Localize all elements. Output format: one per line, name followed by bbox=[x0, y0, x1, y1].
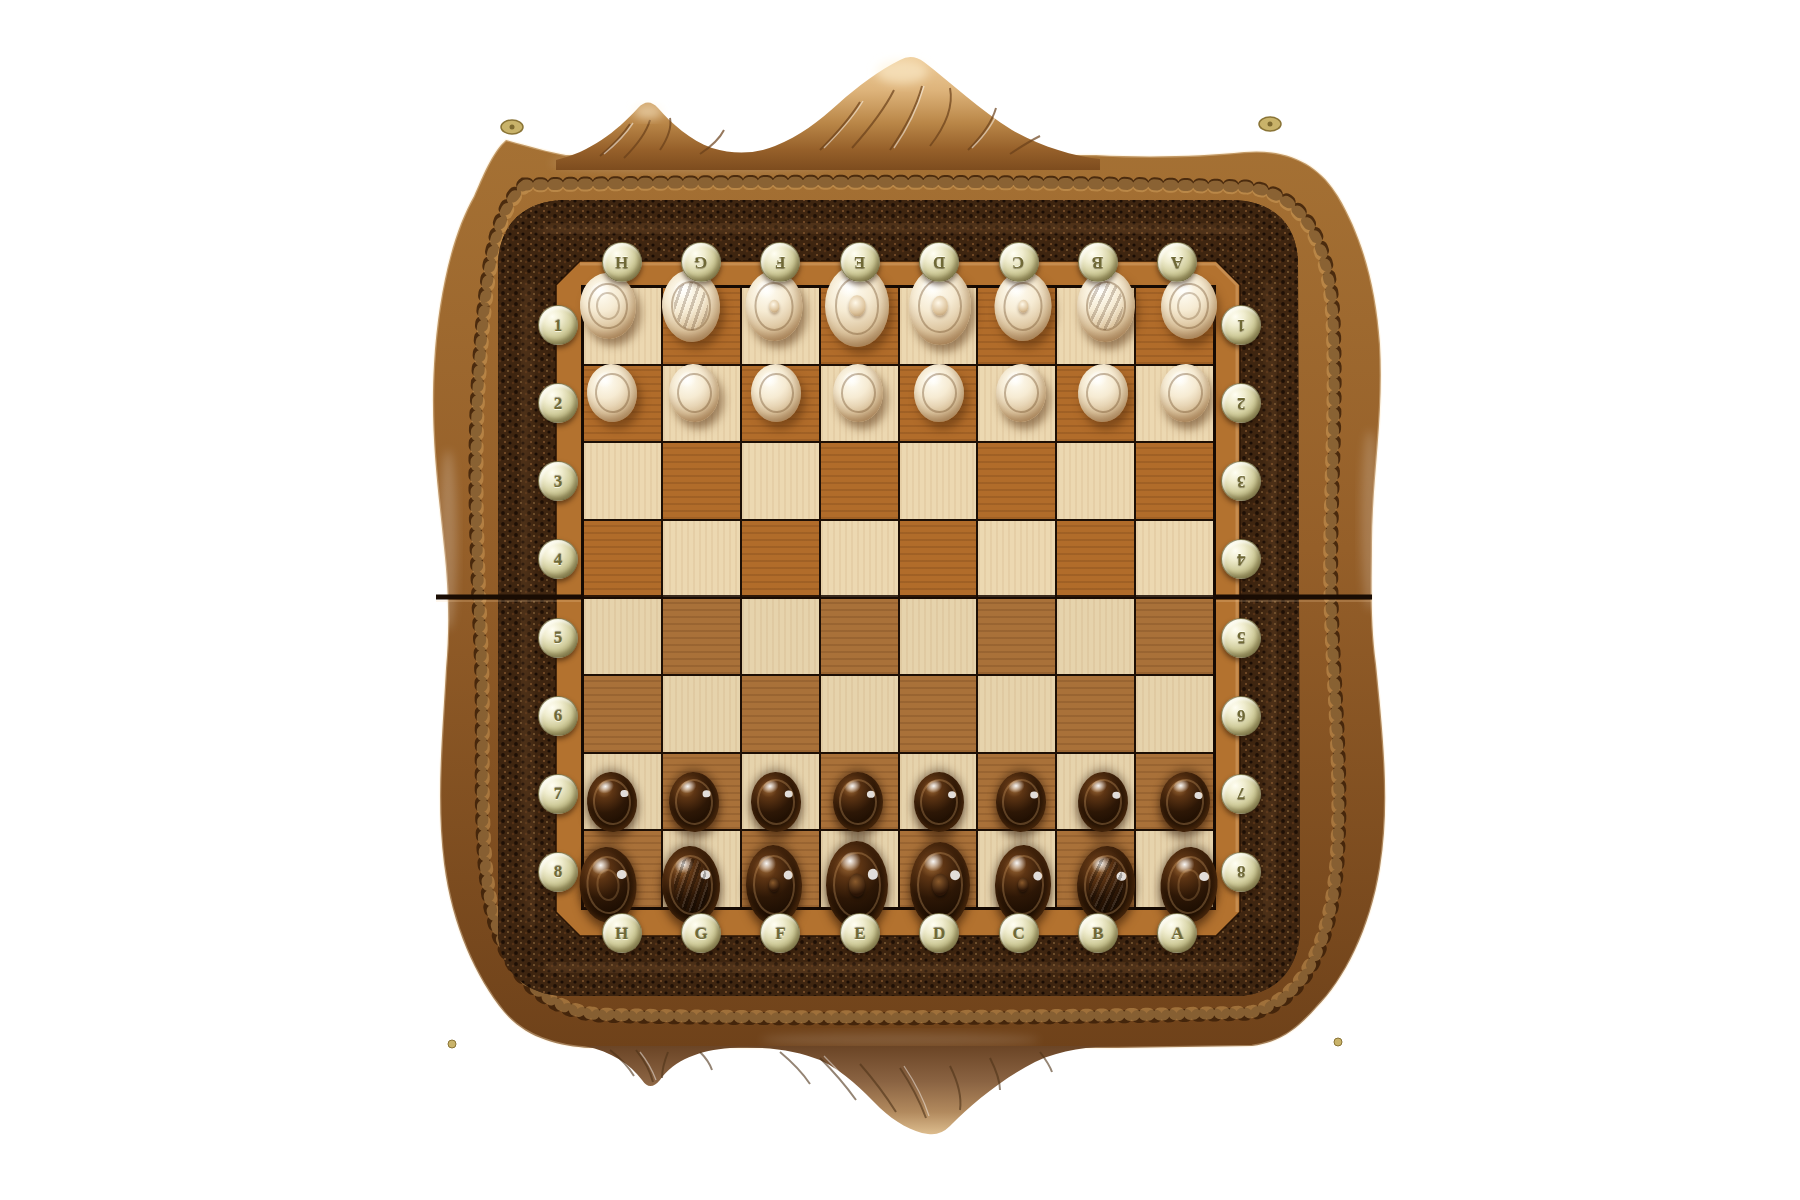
piece-white-pawn-h2[interactable] bbox=[585, 363, 639, 425]
pin-bottom-right bbox=[1334, 1038, 1342, 1046]
stud-top-C: C bbox=[999, 242, 1039, 282]
chess-box-photo: HH11GG22FF33EE44DD55CC66BB77AA88 bbox=[0, 0, 1800, 1200]
stud-right-6: 6 bbox=[1221, 696, 1261, 736]
stud-label: 7 bbox=[554, 785, 563, 802]
piece-white-pawn-c2[interactable] bbox=[995, 364, 1047, 424]
square-f8[interactable] bbox=[742, 831, 819, 907]
stud-left-1: 1 bbox=[538, 305, 578, 345]
square-h7[interactable] bbox=[584, 754, 661, 830]
piece-black-pawn-f7[interactable] bbox=[750, 771, 802, 833]
square-b1[interactable] bbox=[1057, 288, 1134, 364]
stud-label: H bbox=[615, 925, 628, 942]
stud-label: 5 bbox=[1237, 629, 1246, 646]
stud-top-D: D bbox=[919, 242, 959, 282]
piece-white-pawn-f2[interactable] bbox=[750, 364, 802, 424]
stud-label: 4 bbox=[554, 551, 563, 568]
square-d2[interactable] bbox=[900, 366, 977, 442]
piece-white-pawn-d2[interactable] bbox=[914, 364, 965, 423]
piece-black-pawn-h7[interactable] bbox=[585, 770, 639, 834]
stud-left-6: 6 bbox=[538, 696, 578, 736]
stud-label: C bbox=[1012, 925, 1024, 942]
stud-left-2: 2 bbox=[538, 383, 578, 423]
stud-label: G bbox=[694, 925, 707, 942]
stud-bottom-D: D bbox=[919, 913, 959, 953]
square-d4[interactable] bbox=[900, 521, 977, 597]
stud-label: E bbox=[854, 254, 865, 271]
hinge-top-right bbox=[1259, 117, 1281, 131]
square-e7[interactable] bbox=[821, 754, 898, 830]
square-c3[interactable] bbox=[978, 443, 1055, 519]
stud-label: 4 bbox=[1237, 551, 1246, 568]
stud-label: B bbox=[1092, 254, 1103, 271]
square-a4[interactable] bbox=[1136, 521, 1213, 597]
square-c6[interactable] bbox=[978, 676, 1055, 752]
square-d3[interactable] bbox=[900, 443, 977, 519]
piece-black-pawn-d7[interactable] bbox=[914, 771, 965, 832]
square-e3[interactable] bbox=[821, 443, 898, 519]
square-f6[interactable] bbox=[742, 676, 819, 752]
stud-right-7: 7 bbox=[1221, 774, 1261, 814]
square-d1[interactable] bbox=[900, 288, 977, 364]
stud-label: G bbox=[694, 254, 707, 271]
stud-label: 2 bbox=[554, 395, 563, 412]
stud-bottom-E: E bbox=[840, 913, 880, 953]
piece-black-pawn-g7[interactable] bbox=[667, 770, 720, 833]
stud-left-8: 8 bbox=[538, 852, 578, 892]
piece-black-pawn-b7[interactable] bbox=[1077, 770, 1130, 833]
square-e8[interactable] bbox=[821, 831, 898, 907]
piece-white-pawn-e2[interactable] bbox=[832, 364, 883, 423]
stud-right-1: 1 bbox=[1221, 305, 1261, 345]
square-h1[interactable] bbox=[584, 288, 661, 364]
square-a8[interactable] bbox=[1136, 831, 1213, 907]
stud-label: 3 bbox=[1237, 473, 1246, 490]
square-b2[interactable] bbox=[1057, 366, 1134, 442]
square-e6[interactable] bbox=[821, 676, 898, 752]
square-e4[interactable] bbox=[821, 521, 898, 597]
piece-black-pawn-c7[interactable] bbox=[995, 771, 1047, 833]
stud-label: E bbox=[854, 925, 865, 942]
square-b4[interactable] bbox=[1057, 521, 1134, 597]
square-f5[interactable] bbox=[742, 599, 819, 675]
square-c5[interactable] bbox=[978, 599, 1055, 675]
stud-bottom-H: H bbox=[602, 913, 642, 953]
piece-black-pawn-a7[interactable] bbox=[1158, 770, 1212, 834]
square-h6[interactable] bbox=[584, 676, 661, 752]
stud-top-E: E bbox=[840, 242, 880, 282]
square-b6[interactable] bbox=[1057, 676, 1134, 752]
stud-left-7: 7 bbox=[538, 774, 578, 814]
square-e1[interactable] bbox=[821, 288, 898, 364]
square-g5[interactable] bbox=[663, 599, 740, 675]
stud-label: 7 bbox=[1237, 785, 1246, 802]
stud-label: F bbox=[775, 925, 785, 942]
square-g8[interactable] bbox=[663, 831, 740, 907]
square-f7[interactable] bbox=[742, 754, 819, 830]
board-seam-line bbox=[552, 595, 1244, 599]
square-e2[interactable] bbox=[821, 366, 898, 442]
stud-label: A bbox=[1171, 925, 1183, 942]
square-h8[interactable] bbox=[584, 831, 661, 907]
pin-bottom-left bbox=[448, 1040, 456, 1048]
piece-white-pawn-a2[interactable] bbox=[1158, 363, 1212, 425]
square-a7[interactable] bbox=[1136, 754, 1213, 830]
square-c7[interactable] bbox=[978, 754, 1055, 830]
square-h4[interactable] bbox=[584, 521, 661, 597]
square-d6[interactable] bbox=[900, 676, 977, 752]
stud-label: C bbox=[1012, 254, 1024, 271]
square-f1[interactable] bbox=[742, 288, 819, 364]
square-a1[interactable] bbox=[1136, 288, 1213, 364]
piece-white-pawn-g2[interactable] bbox=[667, 363, 720, 424]
square-c4[interactable] bbox=[978, 521, 1055, 597]
square-h3[interactable] bbox=[584, 443, 661, 519]
square-c1[interactable] bbox=[978, 288, 1055, 364]
square-b5[interactable] bbox=[1057, 599, 1134, 675]
stud-label: 5 bbox=[554, 629, 563, 646]
stud-label: 8 bbox=[554, 863, 563, 880]
stud-label: 6 bbox=[554, 707, 563, 724]
square-h2[interactable] bbox=[584, 366, 661, 442]
piece-black-pawn-e7[interactable] bbox=[832, 771, 883, 832]
square-a2[interactable] bbox=[1136, 366, 1213, 442]
square-a5[interactable] bbox=[1136, 599, 1213, 675]
square-b8[interactable] bbox=[1057, 831, 1134, 907]
square-g6[interactable] bbox=[663, 676, 740, 752]
stud-label: F bbox=[775, 254, 785, 271]
square-g1[interactable] bbox=[663, 288, 740, 364]
square-d8[interactable] bbox=[900, 831, 977, 907]
stud-bottom-G: G bbox=[681, 913, 721, 953]
square-c2[interactable] bbox=[978, 366, 1055, 442]
square-b7[interactable] bbox=[1057, 754, 1134, 830]
square-a6[interactable] bbox=[1136, 676, 1213, 752]
stud-label: 6 bbox=[1237, 707, 1246, 724]
square-e5[interactable] bbox=[821, 599, 898, 675]
stud-label: B bbox=[1092, 925, 1103, 942]
stud-right-8: 8 bbox=[1221, 852, 1261, 892]
square-f2[interactable] bbox=[742, 366, 819, 442]
square-a3[interactable] bbox=[1136, 443, 1213, 519]
square-d7[interactable] bbox=[900, 754, 977, 830]
square-c8[interactable] bbox=[978, 831, 1055, 907]
piece-white-pawn-b2[interactable] bbox=[1077, 363, 1130, 424]
stud-label: 1 bbox=[1237, 317, 1246, 334]
square-b3[interactable] bbox=[1057, 443, 1134, 519]
square-g7[interactable] bbox=[663, 754, 740, 830]
square-h5[interactable] bbox=[584, 599, 661, 675]
stud-label: 3 bbox=[554, 473, 563, 490]
stud-top-B: B bbox=[1078, 242, 1118, 282]
stud-label: 8 bbox=[1237, 863, 1246, 880]
stud-label: 2 bbox=[1237, 395, 1246, 412]
square-g3[interactable] bbox=[663, 443, 740, 519]
stud-top-H: H bbox=[602, 242, 642, 282]
stud-label: A bbox=[1171, 254, 1183, 271]
stud-label: H bbox=[615, 254, 628, 271]
stud-right-2: 2 bbox=[1221, 383, 1261, 423]
stud-top-G: G bbox=[681, 242, 721, 282]
stud-left-5: 5 bbox=[538, 618, 578, 658]
stud-label: D bbox=[933, 925, 945, 942]
square-f3[interactable] bbox=[742, 443, 819, 519]
stud-label: D bbox=[933, 254, 945, 271]
stud-bottom-B: B bbox=[1078, 913, 1118, 953]
square-d5[interactable] bbox=[900, 599, 977, 675]
stud-right-5: 5 bbox=[1221, 618, 1261, 658]
hinge-top-left bbox=[501, 120, 523, 134]
stud-bottom-C: C bbox=[999, 913, 1039, 953]
stud-label: 1 bbox=[554, 317, 563, 334]
square-f4[interactable] bbox=[742, 521, 819, 597]
square-g2[interactable] bbox=[663, 366, 740, 442]
square-g4[interactable] bbox=[663, 521, 740, 597]
